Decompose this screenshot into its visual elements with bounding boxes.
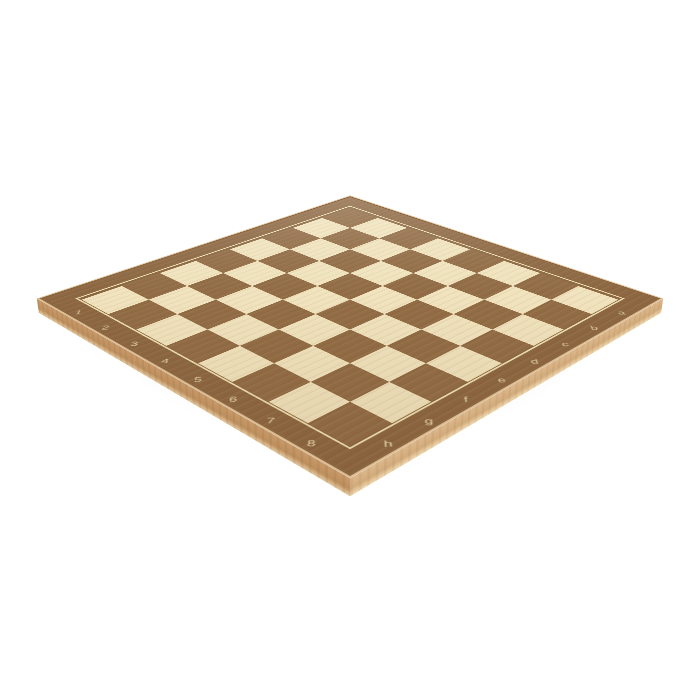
file-label-b: b <box>589 325 599 331</box>
playing-field <box>82 208 619 446</box>
rank-label-5: 5 <box>193 376 203 383</box>
board-top-surface: 12345678 abcdefgh <box>37 196 663 479</box>
file-label-f: f <box>464 396 470 403</box>
rank-label-4: 4 <box>160 358 170 364</box>
rank-label-2: 2 <box>101 325 111 331</box>
rank-label-3: 3 <box>130 341 140 347</box>
file-label-d: d <box>530 358 540 364</box>
file-label-c: c <box>561 341 570 347</box>
rank-label-8: 8 <box>307 439 316 448</box>
rank-label-1: 1 <box>74 310 84 315</box>
file-label-e: e <box>497 376 507 383</box>
rank-label-6: 6 <box>228 396 238 403</box>
chessboard: 12345678 abcdefgh <box>39 208 661 497</box>
file-label-g: g <box>424 417 433 425</box>
chessboard-scene: 12345678 abcdefgh <box>0 0 700 700</box>
file-label-h: h <box>384 439 393 448</box>
rank-label-7: 7 <box>266 417 275 425</box>
file-label-a: a <box>616 310 626 315</box>
